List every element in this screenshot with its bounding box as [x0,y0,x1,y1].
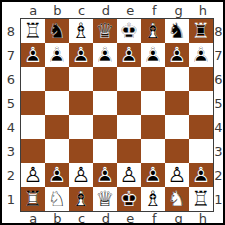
file-label-a: a [21,2,45,18]
file-label-f: f [142,2,166,18]
piece-black-pawn-f7: ♟♙ [141,43,165,67]
piece-detail: ♙ [93,43,117,67]
piece-black-pawn-d7: ♟♙ [93,43,117,67]
piece-detail: ♙ [189,43,213,67]
file-labels-top: abcdefgh [21,2,215,18]
square-e8[interactable]: ♚♔ [117,19,141,43]
square-h5[interactable] [189,91,213,115]
square-h6[interactable] [189,67,213,91]
piece-black-pawn-h7: ♟♙ [189,43,213,67]
piece-black-king-e1: ♚♔ [117,187,141,211]
square-d1[interactable]: ♛♕ [93,187,117,211]
square-e2[interactable]: ♟♙ [117,163,141,187]
file-label-a: a [21,212,45,225]
square-a6[interactable] [21,67,45,91]
piece-white-rook-h1: ♜♖ [189,187,213,211]
square-h3[interactable] [189,139,213,163]
piece-detail: ♙ [141,43,165,67]
square-g6[interactable] [165,67,189,91]
square-h1[interactable]: ♜♖ [189,187,213,211]
piece-black-pawn-g7: ♟♙ [165,43,189,67]
piece-black-pawn-e7: ♟♙ [117,43,141,67]
square-b8[interactable]: ♞♘ [45,19,69,43]
piece-white-knight-g1: ♞♘ [165,187,189,211]
square-e6[interactable] [117,67,141,91]
piece-black-pawn-c7: ♟♙ [69,43,93,67]
square-c2[interactable]: ♟♙ [69,163,93,187]
file-label-e: e [118,212,142,225]
chess-diagram: abcdefgh 87654321 ♜♖♞♘♝♗♛♕♚♔♝♗♞♘♜♖♟♙♟♙♟♙… [0,0,225,225]
piece-detail: ♙ [141,163,165,187]
piece-detail: ♖ [189,19,213,43]
piece-white-knight-b1: ♞♘ [45,187,69,211]
piece-white-rook-a1: ♜♖ [21,187,45,211]
file-label-d: d [94,212,118,225]
rank-label-8: 8 [2,19,20,43]
square-b2[interactable]: ♟♙ [45,163,69,187]
piece-white-pawn-c2: ♟♙ [69,163,93,187]
piece-detail: ♗ [141,19,165,43]
piece-detail: ♔ [117,19,141,43]
piece-detail: ♙ [117,43,141,67]
square-e7[interactable]: ♟♙ [117,43,141,67]
piece-white-bishop-f1: ♝♗ [141,187,165,211]
file-label-e: e [118,2,142,18]
piece-detail: ♙ [45,43,69,67]
piece-white-queen-d1: ♛♕ [93,187,117,211]
piece-detail: ♘ [165,19,189,43]
piece-detail: ♗ [141,187,165,211]
square-h8[interactable]: ♜♖ [189,19,213,43]
piece-detail: ♙ [21,163,45,187]
rank-label-2: 2 [2,163,20,187]
rank-label-8: 8 [214,19,223,43]
file-label-b: b [45,212,69,225]
square-b6[interactable] [45,67,69,91]
file-label-d: d [94,2,118,18]
square-f6[interactable] [141,67,165,91]
piece-black-pawn-h2: ♟♙ [189,163,213,187]
rank-label-7: 7 [214,43,223,67]
square-d8[interactable]: ♛♕ [93,19,117,43]
piece-detail: ♙ [69,43,93,67]
square-g7[interactable]: ♟♙ [165,43,189,67]
square-g5[interactable] [165,91,189,115]
square-c1[interactable]: ♝♗ [69,187,93,211]
piece-detail: ♕ [93,187,117,211]
piece-detail: ♘ [45,187,69,211]
piece-detail: ♘ [45,19,69,43]
piece-black-queen-d8: ♛♕ [93,19,117,43]
rank-label-7: 7 [2,43,20,67]
piece-detail: ♕ [93,19,117,43]
square-a1[interactable]: ♜♖ [21,187,45,211]
square-d4[interactable] [93,115,117,139]
chess-board: ♜♖♞♘♝♗♛♕♚♔♝♗♞♘♜♖♟♙♟♙♟♙♟♙♟♙♟♙♟♙♟♙♟♙♟♙♟♙♟♙… [20,18,214,212]
rank-label-6: 6 [214,67,223,91]
piece-detail: ♘ [165,187,189,211]
square-d6[interactable] [93,67,117,91]
piece-detail: ♙ [21,43,45,67]
square-d3[interactable] [93,139,117,163]
rank-label-4: 4 [214,115,223,139]
rank-labels-left: 87654321 [2,19,20,211]
rank-labels-right: 87654321 [214,19,223,211]
square-b7[interactable]: ♟♙ [45,43,69,67]
square-d7[interactable]: ♟♙ [93,43,117,67]
piece-detail: ♖ [21,19,45,43]
square-f5[interactable] [141,91,165,115]
square-g2[interactable]: ♟♙ [165,163,189,187]
square-a4[interactable] [21,115,45,139]
piece-white-rook-a8: ♜♖ [21,19,45,43]
square-e3[interactable] [117,139,141,163]
piece-detail: ♗ [69,187,93,211]
piece-black-pawn-f2: ♟♙ [141,163,165,187]
piece-detail: ♙ [93,163,117,187]
rank-label-5: 5 [2,91,20,115]
piece-black-pawn-b2: ♟♙ [45,163,69,187]
square-h4[interactable] [189,115,213,139]
file-label-c: c [70,212,94,225]
rank-label-6: 6 [2,67,20,91]
square-g3[interactable] [165,139,189,163]
square-f1[interactable]: ♝♗ [141,187,165,211]
rank-label-4: 4 [2,115,20,139]
file-label-b: b [45,2,69,18]
square-a7[interactable]: ♟♙ [21,43,45,67]
piece-black-pawn-a7: ♟♙ [21,43,45,67]
rank-label-3: 3 [2,139,20,163]
square-f8[interactable]: ♝♗ [141,19,165,43]
piece-detail: ♖ [21,187,45,211]
piece-detail: ♗ [69,19,93,43]
file-label-h: h [191,2,215,18]
piece-detail: ♙ [165,43,189,67]
piece-detail: ♔ [117,187,141,211]
piece-black-pawn-b7: ♟♙ [45,43,69,67]
piece-white-pawn-g2: ♟♙ [165,163,189,187]
square-g1[interactable]: ♞♘ [165,187,189,211]
piece-detail: ♖ [189,187,213,211]
piece-detail: ♙ [45,163,69,187]
piece-white-pawn-a2: ♟♙ [21,163,45,187]
square-a2[interactable]: ♟♙ [21,163,45,187]
piece-white-bishop-c1: ♝♗ [69,187,93,211]
square-h7[interactable]: ♟♙ [189,43,213,67]
file-label-g: g [167,212,191,225]
square-g4[interactable] [165,115,189,139]
piece-detail: ♙ [117,163,141,187]
square-e5[interactable] [117,91,141,115]
square-c6[interactable] [69,67,93,91]
square-c4[interactable] [69,115,93,139]
file-label-f: f [142,212,166,225]
square-f4[interactable] [141,115,165,139]
piece-black-rook-h8: ♜♖ [189,19,213,43]
piece-black-knight-g8: ♞♘ [165,19,189,43]
file-labels-bottom: abcdefgh [21,212,215,223]
rank-label-3: 3 [214,139,223,163]
piece-white-bishop-f8: ♝♗ [141,19,165,43]
square-c3[interactable] [69,139,93,163]
square-g8[interactable]: ♞♘ [165,19,189,43]
rank-label-1: 1 [2,187,20,211]
square-a3[interactable] [21,139,45,163]
square-f7[interactable]: ♟♙ [141,43,165,67]
square-b3[interactable] [45,139,69,163]
square-f3[interactable] [141,139,165,163]
piece-detail: ♙ [69,163,93,187]
file-label-h: h [191,212,215,225]
rank-label-2: 2 [214,163,223,187]
piece-white-bishop-c8: ♝♗ [69,19,93,43]
square-c5[interactable] [69,91,93,115]
square-d2[interactable]: ♟♙ [93,163,117,187]
square-d5[interactable] [93,91,117,115]
square-c7[interactable]: ♟♙ [69,43,93,67]
piece-detail: ♙ [189,163,213,187]
piece-black-pawn-d2: ♟♙ [93,163,117,187]
square-e4[interactable] [117,115,141,139]
square-b5[interactable] [45,91,69,115]
square-b4[interactable] [45,115,69,139]
square-c8[interactable]: ♝♗ [69,19,93,43]
piece-black-knight-b8: ♞♘ [45,19,69,43]
square-a5[interactable] [21,91,45,115]
rank-label-1: 1 [214,187,223,211]
square-a8[interactable]: ♜♖ [21,19,45,43]
square-e1[interactable]: ♚♔ [117,187,141,211]
file-label-g: g [167,2,191,18]
square-f2[interactable]: ♟♙ [141,163,165,187]
file-label-c: c [70,2,94,18]
square-b1[interactable]: ♞♘ [45,187,69,211]
piece-black-king-e8: ♚♔ [117,19,141,43]
square-h2[interactable]: ♟♙ [189,163,213,187]
piece-white-pawn-e2: ♟♙ [117,163,141,187]
piece-detail: ♙ [165,163,189,187]
rank-label-5: 5 [214,91,223,115]
